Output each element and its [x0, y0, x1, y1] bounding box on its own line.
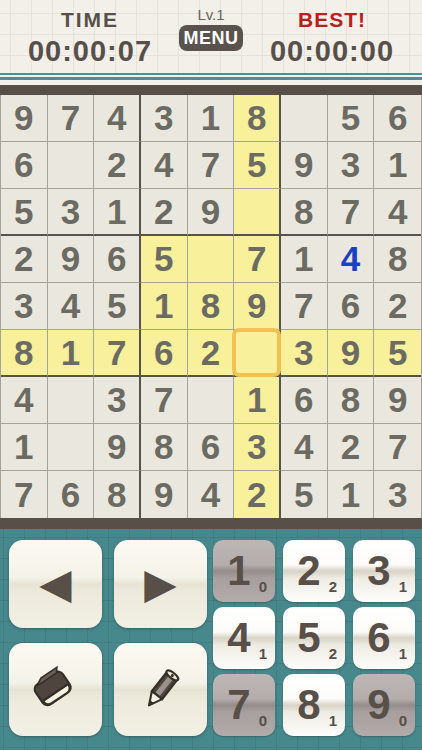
- cell-r7c4[interactable]: 7: [141, 377, 188, 424]
- board-bottom-bar: [0, 518, 422, 529]
- cell-r7c7[interactable]: 6: [281, 377, 328, 424]
- cell-r2c6[interactable]: 5: [234, 142, 281, 189]
- numpad-1-button[interactable]: 10: [213, 540, 275, 602]
- numpad-digit: 3: [367, 550, 400, 592]
- cell-r9c4[interactable]: 9: [141, 471, 188, 518]
- cell-r2c4[interactable]: 4: [141, 142, 188, 189]
- cell-r3c2[interactable]: 3: [48, 189, 95, 236]
- eraser-icon: [29, 663, 83, 717]
- cell-r4c1[interactable]: 2: [1, 236, 48, 283]
- level-label: Lv.1: [197, 6, 224, 23]
- cell-r6c4[interactable]: 6: [141, 330, 188, 377]
- best-label: BEST!: [242, 8, 422, 32]
- cell-r9c5[interactable]: 4: [188, 471, 235, 518]
- cell-r4c4[interactable]: 5: [141, 236, 188, 283]
- cell-r5c1[interactable]: 3: [1, 283, 48, 330]
- cell-r2c8[interactable]: 3: [328, 142, 375, 189]
- left-arrow-icon: ◀: [39, 563, 71, 605]
- cell-r6c1[interactable]: 8: [1, 330, 48, 377]
- numpad-remaining-count: 0: [259, 712, 267, 729]
- number-pad: 102231415261708190: [213, 540, 415, 736]
- cell-r6c8[interactable]: 9: [328, 330, 375, 377]
- cell-r9c7[interactable]: 5: [281, 471, 328, 518]
- numpad-6-button[interactable]: 61: [353, 607, 415, 669]
- pencil-icon: [135, 664, 187, 716]
- cell-r8c8[interactable]: 2: [328, 424, 375, 471]
- cell-r3c3[interactable]: 1: [94, 189, 141, 236]
- numpad-2-button[interactable]: 22: [283, 540, 345, 602]
- cell-r6c2[interactable]: 1: [48, 330, 95, 377]
- cell-r2c5[interactable]: 7: [188, 142, 235, 189]
- cell-r2c7[interactable]: 9: [281, 142, 328, 189]
- cell-r7c2[interactable]: [48, 377, 95, 424]
- right-arrow-icon: ▶: [144, 563, 176, 605]
- cell-r2c1[interactable]: 6: [1, 142, 48, 189]
- cell-r5c9[interactable]: 2: [374, 283, 421, 330]
- cell-r1c5[interactable]: 1: [188, 95, 235, 142]
- cell-r3c1[interactable]: 5: [1, 189, 48, 236]
- numpad-8-button[interactable]: 81: [283, 674, 345, 736]
- cell-r1c7[interactable]: [281, 95, 328, 142]
- numpad-digit: 7: [227, 684, 260, 726]
- cell-r5c4[interactable]: 1: [141, 283, 188, 330]
- cell-r4c7[interactable]: 1: [281, 236, 328, 283]
- cell-r7c5[interactable]: [188, 377, 235, 424]
- cell-r2c2[interactable]: [48, 142, 95, 189]
- control-panel: ◀ ▶: [0, 529, 422, 750]
- cell-r7c6[interactable]: 1: [234, 377, 281, 424]
- cell-r1c4[interactable]: 3: [141, 95, 188, 142]
- numpad-remaining-count: 1: [399, 578, 407, 595]
- redo-next-button[interactable]: ▶: [114, 540, 207, 628]
- cell-r2c3[interactable]: 2: [94, 142, 141, 189]
- numpad-3-button[interactable]: 31: [353, 540, 415, 602]
- cell-r7c1[interactable]: 4: [1, 377, 48, 424]
- cell-r3c4[interactable]: 2: [141, 189, 188, 236]
- numpad-digit: 1: [227, 550, 260, 592]
- cell-r7c3[interactable]: 3: [94, 377, 141, 424]
- numpad-digit: 5: [297, 617, 330, 659]
- menu-button[interactable]: MENU: [179, 25, 243, 51]
- numpad-remaining-count: 0: [399, 712, 407, 729]
- cell-r9c2[interactable]: 6: [48, 471, 95, 518]
- numpad-digit: 2: [297, 550, 330, 592]
- cell-r8c2[interactable]: [48, 424, 95, 471]
- cell-r1c6[interactable]: 8: [234, 95, 281, 142]
- cell-r9c3[interactable]: 8: [94, 471, 141, 518]
- cell-r1c1[interactable]: 9: [1, 95, 48, 142]
- sudoku-board: 9743185662475931531298742965714834518976…: [0, 95, 422, 518]
- cell-r9c1[interactable]: 7: [1, 471, 48, 518]
- cell-r4c6[interactable]: 7: [234, 236, 281, 283]
- cell-r4c8[interactable]: 4: [328, 236, 375, 283]
- cell-r8c4[interactable]: 8: [141, 424, 188, 471]
- numpad-remaining-count: 1: [329, 712, 337, 729]
- cell-r3c6[interactable]: [234, 189, 281, 236]
- cell-r8c9[interactable]: 7: [374, 424, 421, 471]
- cell-r3c7[interactable]: 8: [281, 189, 328, 236]
- cell-r8c6[interactable]: 3: [234, 424, 281, 471]
- undo-prev-button[interactable]: ◀: [9, 540, 102, 628]
- cell-r5c7[interactable]: 7: [281, 283, 328, 330]
- cell-r5c8[interactable]: 6: [328, 283, 375, 330]
- numpad-digit: 4: [227, 617, 260, 659]
- numpad-4-button[interactable]: 41: [213, 607, 275, 669]
- cell-r6c6[interactable]: [234, 330, 281, 377]
- time-section: TIME 00:00:07: [0, 0, 180, 73]
- cell-r5c6[interactable]: 9: [234, 283, 281, 330]
- header-divider: [0, 73, 422, 85]
- cell-r3c9[interactable]: 4: [374, 189, 421, 236]
- numpad-remaining-count: 0: [259, 578, 267, 595]
- sudoku-app: TIME 00:00:07 Lv.1 MENU BEST! 00:00:00 9…: [0, 0, 422, 750]
- cell-r6c9[interactable]: 5: [374, 330, 421, 377]
- cell-r6c7[interactable]: 3: [281, 330, 328, 377]
- numpad-digit: 8: [297, 684, 330, 726]
- cell-r1c9[interactable]: 6: [374, 95, 421, 142]
- numpad-remaining-count: 2: [329, 578, 337, 595]
- time-label: TIME: [0, 8, 180, 32]
- cell-r1c3[interactable]: 4: [94, 95, 141, 142]
- numpad-9-button[interactable]: 90: [353, 674, 415, 736]
- board-top-bar: [0, 85, 422, 95]
- header: TIME 00:00:07 Lv.1 MENU BEST! 00:00:00: [0, 0, 422, 73]
- cell-r5c3[interactable]: 5: [94, 283, 141, 330]
- cell-r3c5[interactable]: 9: [188, 189, 235, 236]
- cell-r9c8[interactable]: 1: [328, 471, 375, 518]
- numpad-remaining-count: 1: [259, 645, 267, 662]
- numpad-remaining-count: 1: [399, 645, 407, 662]
- cell-r5c5[interactable]: 8: [188, 283, 235, 330]
- cell-r8c1[interactable]: 1: [1, 424, 48, 471]
- cell-r5c2[interactable]: 4: [48, 283, 95, 330]
- cell-r8c7[interactable]: 4: [281, 424, 328, 471]
- best-section: BEST! 00:00:00: [242, 0, 422, 73]
- cell-r4c5[interactable]: [188, 236, 235, 283]
- eraser-button[interactable]: [9, 643, 102, 736]
- cell-r7c8[interactable]: 8: [328, 377, 375, 424]
- numpad-5-button[interactable]: 52: [283, 607, 345, 669]
- level-menu-section: Lv.1 MENU: [180, 0, 242, 73]
- cell-r4c2[interactable]: 9: [48, 236, 95, 283]
- pencil-notes-button[interactable]: [114, 643, 207, 736]
- time-value: 00:00:07: [0, 35, 180, 68]
- cell-r8c5[interactable]: 6: [188, 424, 235, 471]
- cell-r4c9[interactable]: 8: [374, 236, 421, 283]
- numpad-digit: 6: [367, 617, 400, 659]
- cell-r6c5[interactable]: 2: [188, 330, 235, 377]
- best-value: 00:00:00: [242, 35, 422, 68]
- cell-r1c2[interactable]: 7: [48, 95, 95, 142]
- cell-r6c3[interactable]: 7: [94, 330, 141, 377]
- cell-r4c3[interactable]: 6: [94, 236, 141, 283]
- cell-r9c6[interactable]: 2: [234, 471, 281, 518]
- cell-r7c9[interactable]: 9: [374, 377, 421, 424]
- cell-r9c9[interactable]: 3: [374, 471, 421, 518]
- numpad-7-button[interactable]: 70: [213, 674, 275, 736]
- cell-r3c8[interactable]: 7: [328, 189, 375, 236]
- numpad-remaining-count: 2: [329, 645, 337, 662]
- cell-r1c8[interactable]: 5: [328, 95, 375, 142]
- numpad-digit: 9: [367, 684, 400, 726]
- cell-r2c9[interactable]: 1: [374, 142, 421, 189]
- cell-r8c3[interactable]: 9: [94, 424, 141, 471]
